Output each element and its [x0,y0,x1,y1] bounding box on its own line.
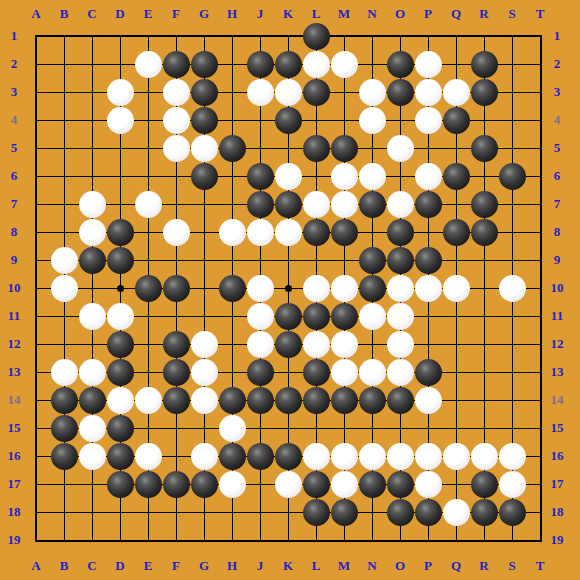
stone-white-E2[interactable] [135,51,162,78]
stone-black-G3[interactable] [191,79,218,106]
stone-black-P13[interactable] [415,359,442,386]
row-label-left-14: 14 [1,392,27,408]
stone-black-F14[interactable] [163,387,190,414]
column-label-top-E: E [135,6,161,22]
row-label-left-15: 15 [1,420,27,436]
row-label-left-12: 12 [1,336,27,352]
stone-black-D8[interactable] [107,219,134,246]
stone-white-M12[interactable] [331,331,358,358]
stone-white-F8[interactable] [163,219,190,246]
stone-black-H10[interactable] [219,275,246,302]
column-label-bottom-S: S [499,558,525,574]
row-label-left-13: 13 [1,364,27,380]
row-label-right-17: 17 [544,476,570,492]
stone-white-D4[interactable] [107,107,134,134]
stone-black-K7[interactable] [275,191,302,218]
stone-black-M11[interactable] [331,303,358,330]
stone-black-B16[interactable] [51,443,78,470]
stone-black-R2[interactable] [471,51,498,78]
column-label-bottom-L: L [303,558,329,574]
stone-black-F10[interactable] [163,275,190,302]
column-label-top-M: M [331,6,357,22]
stone-white-O10[interactable] [387,275,414,302]
row-label-right-11: 11 [544,308,570,324]
row-label-left-10: 10 [1,280,27,296]
stone-black-S6[interactable] [499,163,526,190]
go-board[interactable]: AABBCCDDEEFFGGHHJJKKLLMMNNOOPPQQRRSSTT11… [0,0,580,580]
stone-black-D15[interactable] [107,415,134,442]
stone-white-P16[interactable] [415,443,442,470]
column-label-bottom-T: T [527,558,553,574]
stone-black-B15[interactable] [51,415,78,442]
stone-white-H17[interactable] [219,471,246,498]
stone-white-Q3[interactable] [443,79,470,106]
stone-black-L3[interactable] [303,79,330,106]
stone-white-N11[interactable] [359,303,386,330]
stone-white-C15[interactable] [79,415,106,442]
row-label-left-4: 4 [1,112,27,128]
stone-black-P18[interactable] [415,499,442,526]
stone-white-L7[interactable] [303,191,330,218]
stone-white-M17[interactable] [331,471,358,498]
column-label-top-J: J [247,6,273,22]
stone-black-N10[interactable] [359,275,386,302]
stone-white-Q18[interactable] [443,499,470,526]
stone-white-P6[interactable] [415,163,442,190]
column-label-bottom-E: E [135,558,161,574]
stone-black-O9[interactable] [387,247,414,274]
stone-white-G13[interactable] [191,359,218,386]
row-label-right-9: 9 [544,252,570,268]
stone-white-O12[interactable] [387,331,414,358]
stone-white-K3[interactable] [275,79,302,106]
stone-black-L1[interactable] [303,23,330,50]
column-label-top-F: F [163,6,189,22]
stone-black-G17[interactable] [191,471,218,498]
stone-white-C11[interactable] [79,303,106,330]
column-label-top-B: B [51,6,77,22]
stone-white-K6[interactable] [275,163,302,190]
stone-white-F3[interactable] [163,79,190,106]
column-label-top-S: S [499,6,525,22]
stone-black-L5[interactable] [303,135,330,162]
stone-white-B13[interactable] [51,359,78,386]
stone-black-J2[interactable] [247,51,274,78]
column-label-bottom-J: J [247,558,273,574]
row-label-right-16: 16 [544,448,570,464]
stone-black-L17[interactable] [303,471,330,498]
row-label-left-16: 16 [1,448,27,464]
stone-black-Q6[interactable] [443,163,470,190]
row-label-right-15: 15 [544,420,570,436]
stone-white-F4[interactable] [163,107,190,134]
row-label-right-1: 1 [544,28,570,44]
stone-black-M5[interactable] [331,135,358,162]
stone-black-P7[interactable] [415,191,442,218]
stone-black-F2[interactable] [163,51,190,78]
stone-white-P17[interactable] [415,471,442,498]
stone-white-O13[interactable] [387,359,414,386]
stone-black-D17[interactable] [107,471,134,498]
stone-white-C8[interactable] [79,219,106,246]
row-label-right-14: 14 [544,392,570,408]
stone-black-F17[interactable] [163,471,190,498]
go-board-app: AABBCCDDEEFFGGHHJJKKLLMMNNOOPPQQRRSSTT11… [0,0,580,580]
stone-white-L16[interactable] [303,443,330,470]
stone-white-P10[interactable] [415,275,442,302]
column-label-bottom-P: P [415,558,441,574]
stone-black-N17[interactable] [359,471,386,498]
stone-white-P14[interactable] [415,387,442,414]
stone-black-J6[interactable] [247,163,274,190]
stone-black-K16[interactable] [275,443,302,470]
star-point-K10 [285,285,292,292]
row-label-right-10: 10 [544,280,570,296]
row-label-left-11: 11 [1,308,27,324]
stone-black-L14[interactable] [303,387,330,414]
stone-black-L13[interactable] [303,359,330,386]
stone-white-J12[interactable] [247,331,274,358]
row-label-left-8: 8 [1,224,27,240]
column-label-bottom-R: R [471,558,497,574]
stone-white-D14[interactable] [107,387,134,414]
row-label-right-2: 2 [544,56,570,72]
row-label-left-19: 19 [1,532,27,548]
row-label-right-7: 7 [544,196,570,212]
stone-white-M10[interactable] [331,275,358,302]
row-label-left-2: 2 [1,56,27,72]
stone-white-K8[interactable] [275,219,302,246]
stone-black-D12[interactable] [107,331,134,358]
row-label-right-18: 18 [544,504,570,520]
stone-black-R18[interactable] [471,499,498,526]
column-label-bottom-H: H [219,558,245,574]
row-label-right-6: 6 [544,168,570,184]
stone-white-H15[interactable] [219,415,246,442]
stone-black-R17[interactable] [471,471,498,498]
stone-white-B9[interactable] [51,247,78,274]
column-label-top-N: N [359,6,385,22]
stone-white-N13[interactable] [359,359,386,386]
stone-white-O5[interactable] [387,135,414,162]
stone-white-H8[interactable] [219,219,246,246]
stone-white-G16[interactable] [191,443,218,470]
stone-black-M18[interactable] [331,499,358,526]
stone-black-F12[interactable] [163,331,190,358]
row-label-left-7: 7 [1,196,27,212]
column-label-top-Q: Q [443,6,469,22]
stone-white-P3[interactable] [415,79,442,106]
stone-black-N14[interactable] [359,387,386,414]
stone-white-M13[interactable] [331,359,358,386]
stone-black-P9[interactable] [415,247,442,274]
stone-black-K11[interactable] [275,303,302,330]
stone-black-O2[interactable] [387,51,414,78]
row-label-left-9: 9 [1,252,27,268]
stone-black-Q8[interactable] [443,219,470,246]
stone-black-S18[interactable] [499,499,526,526]
stone-black-D9[interactable] [107,247,134,274]
row-label-left-1: 1 [1,28,27,44]
row-label-right-19: 19 [544,532,570,548]
stone-white-P4[interactable] [415,107,442,134]
stone-black-K14[interactable] [275,387,302,414]
stone-white-G12[interactable] [191,331,218,358]
stone-black-L18[interactable] [303,499,330,526]
stone-black-O18[interactable] [387,499,414,526]
stone-black-G6[interactable] [191,163,218,190]
stone-white-J8[interactable] [247,219,274,246]
column-label-top-O: O [387,6,413,22]
stone-white-C7[interactable] [79,191,106,218]
column-label-bottom-K: K [275,558,301,574]
stone-white-K17[interactable] [275,471,302,498]
stone-white-E7[interactable] [135,191,162,218]
stone-white-Q10[interactable] [443,275,470,302]
column-label-top-K: K [275,6,301,22]
stone-white-M7[interactable] [331,191,358,218]
stone-black-N9[interactable] [359,247,386,274]
column-label-bottom-M: M [331,558,357,574]
stone-white-S16[interactable] [499,443,526,470]
stone-black-R5[interactable] [471,135,498,162]
column-label-top-R: R [471,6,497,22]
stone-white-R16[interactable] [471,443,498,470]
stone-black-D16[interactable] [107,443,134,470]
stone-black-B14[interactable] [51,387,78,414]
stone-black-Q4[interactable] [443,107,470,134]
stone-black-O17[interactable] [387,471,414,498]
row-label-left-18: 18 [1,504,27,520]
stone-white-O11[interactable] [387,303,414,330]
stone-white-G14[interactable] [191,387,218,414]
column-label-bottom-D: D [107,558,133,574]
stone-black-J7[interactable] [247,191,274,218]
stone-white-L10[interactable] [303,275,330,302]
stone-black-K12[interactable] [275,331,302,358]
stone-white-D11[interactable] [107,303,134,330]
row-label-left-6: 6 [1,168,27,184]
stone-black-O14[interactable] [387,387,414,414]
stone-black-R7[interactable] [471,191,498,218]
stone-black-J16[interactable] [247,443,274,470]
row-label-right-3: 3 [544,84,570,100]
stone-black-N7[interactable] [359,191,386,218]
column-label-bottom-O: O [387,558,413,574]
stone-black-D13[interactable] [107,359,134,386]
stone-white-G5[interactable] [191,135,218,162]
column-label-top-G: G [191,6,217,22]
column-label-top-D: D [107,6,133,22]
stone-black-K4[interactable] [275,107,302,134]
column-label-top-P: P [415,6,441,22]
stone-white-M16[interactable] [331,443,358,470]
stone-white-Q16[interactable] [443,443,470,470]
stone-black-R8[interactable] [471,219,498,246]
column-label-bottom-F: F [163,558,189,574]
stone-black-F13[interactable] [163,359,190,386]
column-label-top-A: A [23,6,49,22]
column-label-bottom-C: C [79,558,105,574]
stone-white-N6[interactable] [359,163,386,190]
stone-black-M14[interactable] [331,387,358,414]
stone-white-B10[interactable] [51,275,78,302]
stone-white-N16[interactable] [359,443,386,470]
stone-white-S10[interactable] [499,275,526,302]
stone-black-O3[interactable] [387,79,414,106]
stone-black-O8[interactable] [387,219,414,246]
stone-black-M8[interactable] [331,219,358,246]
row-label-right-4: 4 [544,112,570,128]
stone-black-G4[interactable] [191,107,218,134]
column-label-bottom-A: A [23,558,49,574]
star-point-D10 [117,285,124,292]
stone-white-P2[interactable] [415,51,442,78]
stone-white-F5[interactable] [163,135,190,162]
stone-white-O7[interactable] [387,191,414,218]
stone-white-M2[interactable] [331,51,358,78]
stone-white-L2[interactable] [303,51,330,78]
row-label-left-17: 17 [1,476,27,492]
column-label-top-C: C [79,6,105,22]
column-label-bottom-B: B [51,558,77,574]
stone-black-E17[interactable] [135,471,162,498]
stone-white-S17[interactable] [499,471,526,498]
stone-white-J11[interactable] [247,303,274,330]
stone-white-J3[interactable] [247,79,274,106]
stone-white-E14[interactable] [135,387,162,414]
column-label-top-T: T [527,6,553,22]
column-label-bottom-G: G [191,558,217,574]
stone-white-D3[interactable] [107,79,134,106]
row-label-left-5: 5 [1,140,27,156]
stone-black-J14[interactable] [247,387,274,414]
stone-black-L8[interactable] [303,219,330,246]
row-label-right-8: 8 [544,224,570,240]
stone-black-H14[interactable] [219,387,246,414]
column-label-bottom-Q: Q [443,558,469,574]
stone-black-E10[interactable] [135,275,162,302]
stone-white-O16[interactable] [387,443,414,470]
stone-white-N4[interactable] [359,107,386,134]
column-label-top-H: H [219,6,245,22]
stone-white-J10[interactable] [247,275,274,302]
stone-black-K2[interactable] [275,51,302,78]
stone-black-J13[interactable] [247,359,274,386]
row-label-right-12: 12 [544,336,570,352]
stone-black-R3[interactable] [471,79,498,106]
stone-white-N3[interactable] [359,79,386,106]
row-label-right-13: 13 [544,364,570,380]
column-label-top-L: L [303,6,329,22]
stone-black-H16[interactable] [219,443,246,470]
stone-black-C9[interactable] [79,247,106,274]
stone-white-C13[interactable] [79,359,106,386]
stone-white-L12[interactable] [303,331,330,358]
stone-black-C14[interactable] [79,387,106,414]
stone-black-L11[interactable] [303,303,330,330]
stone-black-G2[interactable] [191,51,218,78]
row-label-left-3: 3 [1,84,27,100]
stone-white-C16[interactable] [79,443,106,470]
row-label-right-5: 5 [544,140,570,156]
stone-black-H5[interactable] [219,135,246,162]
stone-white-M6[interactable] [331,163,358,190]
stone-white-E16[interactable] [135,443,162,470]
column-label-bottom-N: N [359,558,385,574]
